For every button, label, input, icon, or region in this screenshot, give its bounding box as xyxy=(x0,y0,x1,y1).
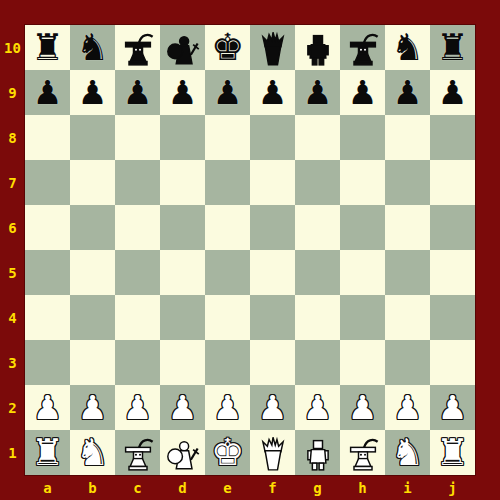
square-c4[interactable] xyxy=(115,295,160,340)
warrior-icon xyxy=(165,435,201,471)
white-pawn[interactable]: ♟ xyxy=(438,391,468,424)
rank-label-10: 10 xyxy=(0,25,25,70)
mandarin-icon xyxy=(120,435,156,471)
black-pawn[interactable]: ♟ xyxy=(303,76,333,109)
square-e10[interactable]: ♚ xyxy=(205,25,250,70)
black-pawn[interactable]: ♟ xyxy=(78,76,108,109)
square-b5[interactable] xyxy=(70,250,115,295)
square-b7[interactable] xyxy=(70,160,115,205)
square-c9[interactable]: ♟ xyxy=(115,70,160,115)
black-pawn[interactable]: ♟ xyxy=(123,76,153,109)
rank-label-8: 8 xyxy=(0,115,25,160)
square-a8[interactable] xyxy=(25,115,70,160)
black-hand[interactable] xyxy=(255,30,291,66)
square-e3[interactable] xyxy=(205,340,250,385)
black-pawn[interactable]: ♟ xyxy=(258,76,288,109)
warrior-icon xyxy=(165,30,201,66)
square-i4[interactable] xyxy=(385,295,430,340)
board-window: 10987654321 ♜♞♚♞♜♟♟♟♟♟♟♟♟♟♟♟♟♟♟♟♟♟♟♟♟♜♞♚… xyxy=(0,0,500,500)
square-d6[interactable] xyxy=(160,205,205,250)
square-i3[interactable] xyxy=(385,340,430,385)
black-knight[interactable]: ♞ xyxy=(391,29,424,66)
square-j8[interactable] xyxy=(430,115,475,160)
file-label-c: c xyxy=(115,475,160,500)
square-a10[interactable]: ♜ xyxy=(25,25,70,70)
black-pawn[interactable]: ♟ xyxy=(348,76,378,109)
square-f8[interactable] xyxy=(250,115,295,160)
file-label-j: j xyxy=(430,475,475,500)
file-label-g: g xyxy=(295,475,340,500)
square-a2[interactable]: ♟ xyxy=(25,385,70,430)
square-c5[interactable] xyxy=(115,250,160,295)
square-e7[interactable] xyxy=(205,160,250,205)
square-c3[interactable] xyxy=(115,340,160,385)
square-g10[interactable] xyxy=(295,25,340,70)
white-rook[interactable]: ♜ xyxy=(436,434,469,471)
square-f3[interactable] xyxy=(250,340,295,385)
game-board: ♜♞♚♞♜♟♟♟♟♟♟♟♟♟♟♟♟♟♟♟♟♟♟♟♟♜♞♚♞♜ xyxy=(25,25,475,475)
rank-label-9: 9 xyxy=(0,70,25,115)
black-pawn[interactable]: ♟ xyxy=(33,76,63,109)
white-knight[interactable]: ♞ xyxy=(76,434,109,471)
square-a7[interactable] xyxy=(25,160,70,205)
square-j4[interactable] xyxy=(430,295,475,340)
square-g6[interactable] xyxy=(295,205,340,250)
square-e9[interactable]: ♟ xyxy=(205,70,250,115)
file-label-h: h xyxy=(340,475,385,500)
white-knight[interactable]: ♞ xyxy=(391,434,424,471)
rank-label-6: 6 xyxy=(0,205,25,250)
square-f7[interactable] xyxy=(250,160,295,205)
square-b6[interactable] xyxy=(70,205,115,250)
square-d5[interactable] xyxy=(160,250,205,295)
file-label-i: i xyxy=(385,475,430,500)
square-a6[interactable] xyxy=(25,205,70,250)
square-h1[interactable] xyxy=(340,430,385,475)
square-c2[interactable]: ♟ xyxy=(115,385,160,430)
square-d8[interactable] xyxy=(160,115,205,160)
rank-label-7: 7 xyxy=(0,160,25,205)
white-warrior[interactable] xyxy=(165,435,201,471)
square-d7[interactable] xyxy=(160,160,205,205)
black-rook[interactable]: ♜ xyxy=(436,29,469,66)
rank-label-2: 2 xyxy=(0,385,25,430)
square-d10[interactable] xyxy=(160,25,205,70)
square-f4[interactable] xyxy=(250,295,295,340)
square-c7[interactable] xyxy=(115,160,160,205)
square-f2[interactable]: ♟ xyxy=(250,385,295,430)
square-h2[interactable]: ♟ xyxy=(340,385,385,430)
square-a5[interactable] xyxy=(25,250,70,295)
square-j7[interactable] xyxy=(430,160,475,205)
white-pawn[interactable]: ♟ xyxy=(258,391,288,424)
square-i2[interactable]: ♟ xyxy=(385,385,430,430)
square-f9[interactable]: ♟ xyxy=(250,70,295,115)
square-f1[interactable] xyxy=(250,430,295,475)
square-d9[interactable]: ♟ xyxy=(160,70,205,115)
white-pawn[interactable]: ♟ xyxy=(33,391,63,424)
square-h10[interactable] xyxy=(340,25,385,70)
square-d3[interactable] xyxy=(160,340,205,385)
square-e2[interactable]: ♟ xyxy=(205,385,250,430)
square-j5[interactable] xyxy=(430,250,475,295)
black-pawn[interactable]: ♟ xyxy=(168,76,198,109)
square-g7[interactable] xyxy=(295,160,340,205)
square-i7[interactable] xyxy=(385,160,430,205)
black-knight[interactable]: ♞ xyxy=(76,29,109,66)
white-pawn[interactable]: ♟ xyxy=(78,391,108,424)
square-d1[interactable] xyxy=(160,430,205,475)
white-mandarin[interactable] xyxy=(120,435,156,471)
square-b4[interactable] xyxy=(70,295,115,340)
square-a4[interactable] xyxy=(25,295,70,340)
man-icon xyxy=(300,30,336,66)
square-i8[interactable] xyxy=(385,115,430,160)
black-mandarin[interactable] xyxy=(120,30,156,66)
file-label-f: f xyxy=(250,475,295,500)
square-h5[interactable] xyxy=(340,250,385,295)
square-e8[interactable] xyxy=(205,115,250,160)
square-h7[interactable] xyxy=(340,160,385,205)
square-i10[interactable]: ♞ xyxy=(385,25,430,70)
file-label-d: d xyxy=(160,475,205,500)
black-pawn[interactable]: ♟ xyxy=(213,76,243,109)
square-j2[interactable]: ♟ xyxy=(430,385,475,430)
square-f5[interactable] xyxy=(250,250,295,295)
square-h9[interactable]: ♟ xyxy=(340,70,385,115)
black-warrior[interactable] xyxy=(165,30,201,66)
square-a3[interactable] xyxy=(25,340,70,385)
square-b2[interactable]: ♟ xyxy=(70,385,115,430)
white-pawn[interactable]: ♟ xyxy=(168,391,198,424)
square-j9[interactable]: ♟ xyxy=(430,70,475,115)
white-pawn[interactable]: ♟ xyxy=(393,391,423,424)
mandarin-icon xyxy=(120,30,156,66)
square-b10[interactable]: ♞ xyxy=(70,25,115,70)
square-a1[interactable]: ♜ xyxy=(25,430,70,475)
mandarin-icon xyxy=(345,30,381,66)
square-c1[interactable] xyxy=(115,430,160,475)
square-f6[interactable] xyxy=(250,205,295,250)
square-e4[interactable] xyxy=(205,295,250,340)
square-j6[interactable] xyxy=(430,205,475,250)
rank-label-4: 4 xyxy=(0,295,25,340)
square-c6[interactable] xyxy=(115,205,160,250)
square-b9[interactable]: ♟ xyxy=(70,70,115,115)
white-mandarin[interactable] xyxy=(345,435,381,471)
square-g8[interactable] xyxy=(295,115,340,160)
file-label-b: b xyxy=(70,475,115,500)
square-j3[interactable] xyxy=(430,340,475,385)
black-king[interactable]: ♚ xyxy=(211,29,244,66)
white-pawn[interactable]: ♟ xyxy=(123,391,153,424)
rank-labels: 10987654321 xyxy=(0,25,25,475)
black-rook[interactable]: ♜ xyxy=(31,29,64,66)
square-g1[interactable] xyxy=(295,430,340,475)
black-pawn[interactable]: ♟ xyxy=(438,76,468,109)
square-e1[interactable]: ♚ xyxy=(205,430,250,475)
white-king[interactable]: ♚ xyxy=(211,434,244,471)
square-e5[interactable] xyxy=(205,250,250,295)
white-pawn[interactable]: ♟ xyxy=(348,391,378,424)
square-g3[interactable] xyxy=(295,340,340,385)
man-icon xyxy=(300,435,336,471)
square-i6[interactable] xyxy=(385,205,430,250)
square-d4[interactable] xyxy=(160,295,205,340)
square-a9[interactable]: ♟ xyxy=(25,70,70,115)
black-mandarin[interactable] xyxy=(345,30,381,66)
black-pawn[interactable]: ♟ xyxy=(393,76,423,109)
white-rook[interactable]: ♜ xyxy=(31,434,64,471)
square-b1[interactable]: ♞ xyxy=(70,430,115,475)
square-h6[interactable] xyxy=(340,205,385,250)
black-man[interactable] xyxy=(300,30,336,66)
white-pawn[interactable]: ♟ xyxy=(213,391,243,424)
square-j1[interactable]: ♜ xyxy=(430,430,475,475)
square-h8[interactable] xyxy=(340,115,385,160)
square-h4[interactable] xyxy=(340,295,385,340)
square-g9[interactable]: ♟ xyxy=(295,70,340,115)
square-d2[interactable]: ♟ xyxy=(160,385,205,430)
file-labels: abcdefghij xyxy=(25,475,475,500)
square-g5[interactable] xyxy=(295,250,340,295)
square-e6[interactable] xyxy=(205,205,250,250)
file-label-a: a xyxy=(25,475,70,500)
white-man[interactable] xyxy=(300,435,336,471)
hand-icon xyxy=(255,435,291,471)
white-hand[interactable] xyxy=(255,435,291,471)
rank-label-5: 5 xyxy=(0,250,25,295)
square-h3[interactable] xyxy=(340,340,385,385)
square-i1[interactable]: ♞ xyxy=(385,430,430,475)
square-g2[interactable]: ♟ xyxy=(295,385,340,430)
square-f10[interactable] xyxy=(250,25,295,70)
rank-label-3: 3 xyxy=(0,340,25,385)
file-label-e: e xyxy=(205,475,250,500)
rank-label-1: 1 xyxy=(0,430,25,475)
square-j10[interactable]: ♜ xyxy=(430,25,475,70)
square-b8[interactable] xyxy=(70,115,115,160)
square-i9[interactable]: ♟ xyxy=(385,70,430,115)
square-b3[interactable] xyxy=(70,340,115,385)
square-g4[interactable] xyxy=(295,295,340,340)
square-i5[interactable] xyxy=(385,250,430,295)
mandarin-icon xyxy=(345,435,381,471)
square-c10[interactable] xyxy=(115,25,160,70)
white-pawn[interactable]: ♟ xyxy=(303,391,333,424)
hand-icon xyxy=(255,30,291,66)
square-c8[interactable] xyxy=(115,115,160,160)
